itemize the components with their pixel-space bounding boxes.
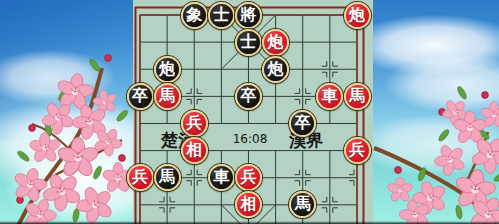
piece-black-a7[interactable]: 卒 xyxy=(127,83,154,110)
piece-red-i10[interactable]: 炮 xyxy=(344,2,371,29)
piece-black-e10[interactable]: 將 xyxy=(235,2,262,29)
peach-blossoms-right xyxy=(370,0,499,224)
piece-black-d10[interactable]: 士 xyxy=(208,2,235,29)
piece-black-e7[interactable]: 卒 xyxy=(235,83,262,110)
piece-black-b4[interactable]: 馬 xyxy=(154,164,181,191)
piece-black-g6[interactable]: 卒 xyxy=(289,110,316,137)
xiangqi-board-panel: 楚河 漢界 16:08 象士將炮士炮炮炮卒馬卒車馬兵卒相兵兵馬車兵相馬 xyxy=(133,0,373,224)
piece-red-f9[interactable]: 炮 xyxy=(262,29,289,56)
piece-red-e4[interactable]: 兵 xyxy=(235,164,262,191)
piece-black-d4[interactable]: 車 xyxy=(208,164,235,191)
piece-red-h7[interactable]: 車 xyxy=(316,83,343,110)
xiangqi-game-screen: 楚河 漢界 16:08 象士將炮士炮炮炮卒馬卒車馬兵卒相兵兵馬車兵相馬 xyxy=(0,0,499,224)
piece-black-c10[interactable]: 象 xyxy=(181,2,208,29)
piece-red-a4[interactable]: 兵 xyxy=(127,164,154,191)
game-timer: 16:08 xyxy=(228,132,272,147)
piece-red-c6[interactable]: 兵 xyxy=(181,110,208,137)
peach-blossoms-left xyxy=(0,0,135,224)
piece-black-e9[interactable]: 士 xyxy=(235,29,262,56)
piece-black-f8[interactable]: 炮 xyxy=(262,56,289,83)
piece-red-i5[interactable]: 兵 xyxy=(344,137,371,164)
piece-red-c5[interactable]: 相 xyxy=(181,137,208,164)
piece-red-b7[interactable]: 馬 xyxy=(154,83,181,110)
piece-red-i7[interactable]: 馬 xyxy=(344,83,371,110)
piece-black-b8[interactable]: 炮 xyxy=(154,56,181,83)
